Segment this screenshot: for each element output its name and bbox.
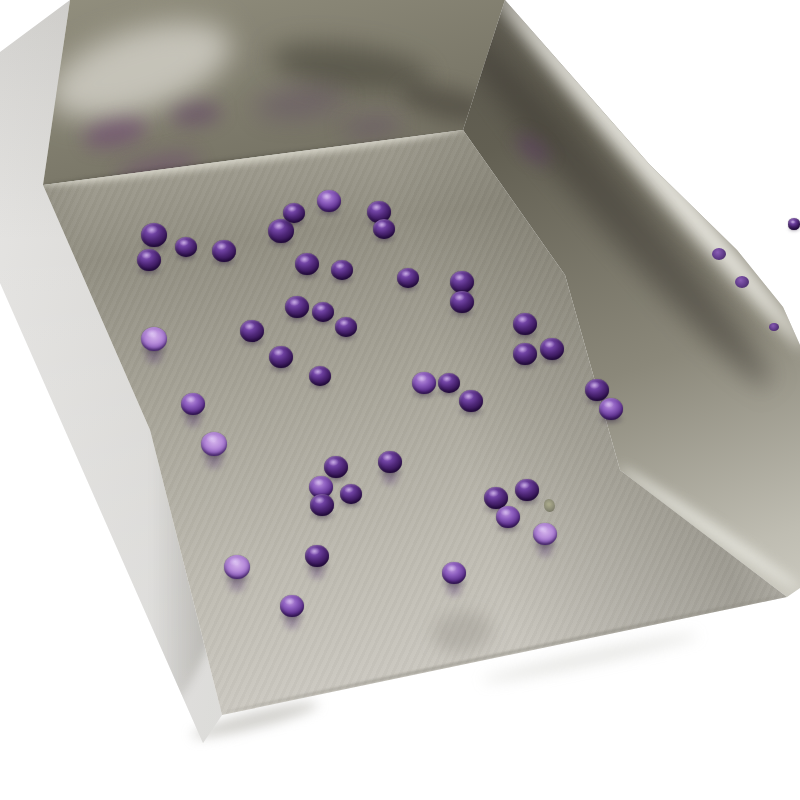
amethyst-gem: [540, 338, 564, 360]
amethyst-gem: [515, 479, 539, 501]
amethyst-gem: [373, 219, 395, 239]
amethyst-gem: [788, 218, 800, 229]
amethyst-gem: [305, 545, 329, 567]
amethyst-gem: [141, 223, 167, 247]
photo-amethyst-scoop: [0, 0, 800, 800]
amethyst-gem: [141, 327, 167, 351]
wall-gem-reflection-dot: [712, 248, 726, 260]
amethyst-gem: [324, 456, 348, 478]
amethyst-gem: [340, 484, 362, 504]
amethyst-gem: [201, 432, 227, 456]
amethyst-gem: [585, 379, 609, 401]
amethyst-gem: [397, 268, 419, 288]
amethyst-gem: [317, 190, 341, 212]
amethyst-gem: [378, 451, 402, 473]
amethyst-gem: [442, 562, 466, 584]
amethyst-gem: [459, 390, 483, 412]
amethyst-gem: [280, 595, 304, 617]
amethyst-gem: [224, 555, 250, 579]
amethyst-gem: [513, 313, 537, 335]
amethyst-gem: [285, 296, 309, 318]
amethyst-gem: [331, 260, 353, 280]
amethyst-gem: [310, 494, 334, 516]
gem-layer: [0, 0, 800, 800]
amethyst-gem: [283, 203, 305, 223]
amethyst-gem: [212, 240, 236, 262]
amethyst-gem: [335, 317, 357, 337]
wall-gem-reflection-dot: [735, 276, 749, 288]
amethyst-gem: [295, 253, 319, 275]
amethyst-gem: [269, 346, 293, 368]
debris-speck: [544, 499, 555, 512]
amethyst-gem: [175, 237, 197, 257]
amethyst-gem: [309, 366, 331, 386]
amethyst-gem: [412, 372, 436, 394]
amethyst-gem: [137, 249, 161, 271]
amethyst-gem: [496, 506, 520, 528]
amethyst-gem: [181, 393, 205, 415]
amethyst-gem: [450, 291, 474, 313]
amethyst-gem: [450, 271, 474, 293]
amethyst-gem: [513, 343, 537, 365]
amethyst-gem: [240, 320, 264, 342]
amethyst-gem: [533, 523, 557, 545]
amethyst-gem: [312, 302, 334, 322]
amethyst-gem: [438, 373, 460, 393]
wall-gem-reflection-dot: [769, 323, 779, 332]
amethyst-gem: [599, 398, 623, 420]
